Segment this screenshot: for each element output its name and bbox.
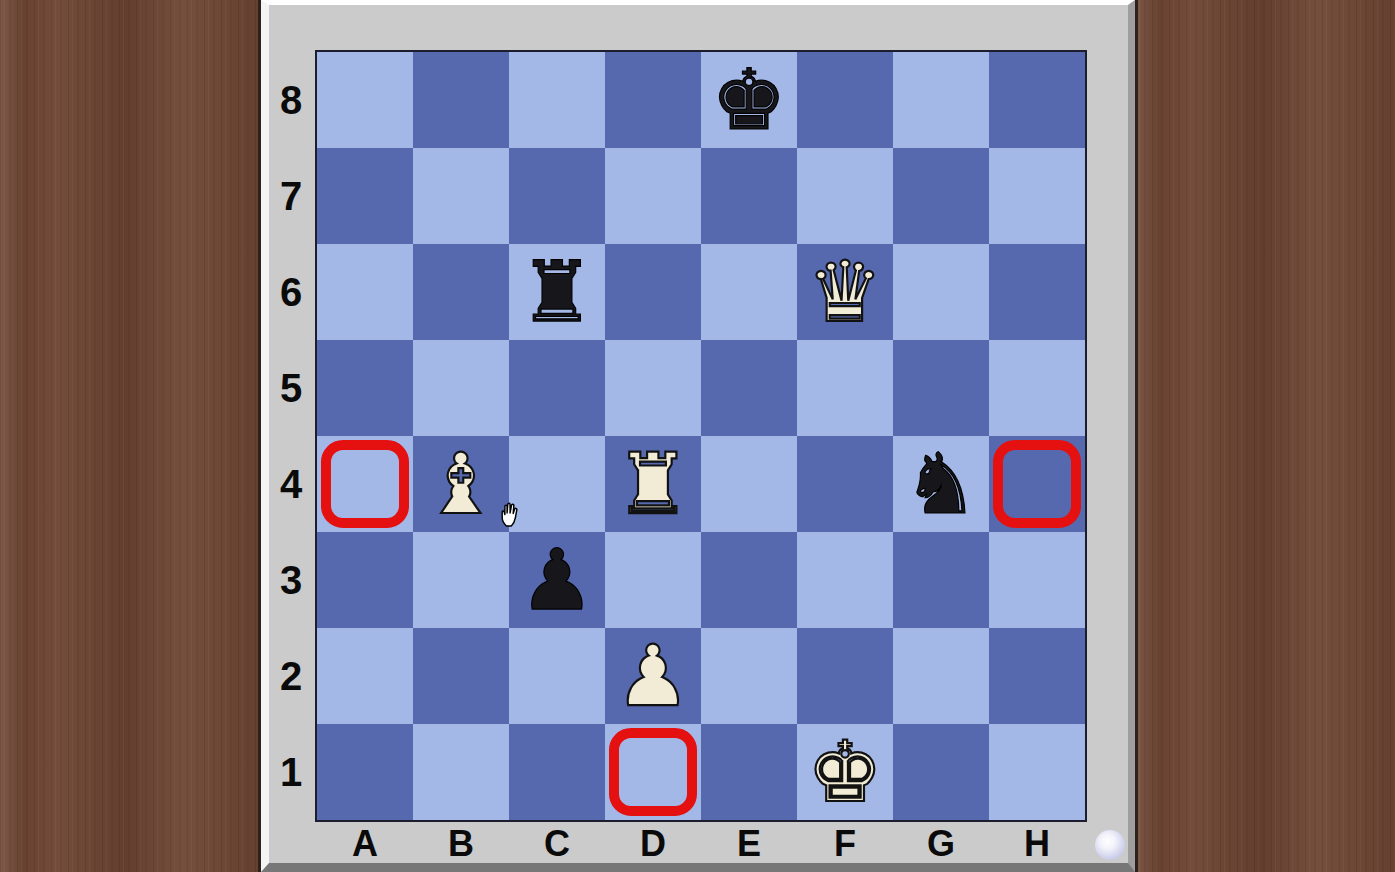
piece-white-rook-d4[interactable]: ♜ <box>605 436 701 532</box>
square-c8[interactable] <box>509 52 605 148</box>
square-f7[interactable] <box>797 148 893 244</box>
square-h1[interactable] <box>989 724 1085 820</box>
file-label-H: H <box>989 818 1085 870</box>
square-a3[interactable] <box>317 532 413 628</box>
square-g6[interactable] <box>893 244 989 340</box>
square-d5[interactable] <box>605 340 701 436</box>
square-f4[interactable] <box>797 436 893 532</box>
rank-label-6: 6 <box>268 244 314 340</box>
file-label-D: D <box>605 818 701 870</box>
square-a7[interactable] <box>317 148 413 244</box>
square-h8[interactable] <box>989 52 1085 148</box>
rank-label-8: 8 <box>268 52 314 148</box>
square-c2[interactable] <box>509 628 605 724</box>
hand-cursor-icon <box>497 500 524 527</box>
square-c7[interactable] <box>509 148 605 244</box>
rank-label-4: 4 <box>268 436 314 532</box>
square-d3[interactable] <box>605 532 701 628</box>
square-h6[interactable] <box>989 244 1085 340</box>
corner-orb-indicator <box>1095 830 1125 860</box>
square-b7[interactable] <box>413 148 509 244</box>
piece-black-knight-g4[interactable]: ♞ <box>893 436 989 532</box>
piece-white-queen-f6[interactable]: ♛ <box>797 244 893 340</box>
square-h5[interactable] <box>989 340 1085 436</box>
square-a4[interactable] <box>317 436 413 532</box>
chess-board[interactable]: ♚♜♛♝♜♞♟♟♚ <box>317 52 1085 820</box>
file-label-E: E <box>701 818 797 870</box>
square-f5[interactable] <box>797 340 893 436</box>
wood-background-left <box>0 0 261 872</box>
square-e4[interactable] <box>701 436 797 532</box>
rank-label-5: 5 <box>268 340 314 436</box>
piece-white-bishop-b4[interactable]: ♝ <box>413 436 509 532</box>
square-f3[interactable] <box>797 532 893 628</box>
chess-app-window: ♚♜♛♝♜♞♟♟♚ 87654321 ABCDEFGH <box>0 0 1395 872</box>
square-b2[interactable] <box>413 628 509 724</box>
square-e6[interactable] <box>701 244 797 340</box>
square-g8[interactable] <box>893 52 989 148</box>
piece-black-pawn-c3[interactable]: ♟ <box>509 532 605 628</box>
square-e1[interactable] <box>701 724 797 820</box>
square-g1[interactable] <box>893 724 989 820</box>
wood-background-right <box>1135 0 1395 872</box>
square-b3[interactable] <box>413 532 509 628</box>
square-d6[interactable] <box>605 244 701 340</box>
square-e2[interactable] <box>701 628 797 724</box>
square-b5[interactable] <box>413 340 509 436</box>
square-d8[interactable] <box>605 52 701 148</box>
square-a6[interactable] <box>317 244 413 340</box>
square-d7[interactable] <box>605 148 701 244</box>
piece-black-rook-c6[interactable]: ♜ <box>509 244 605 340</box>
square-g7[interactable] <box>893 148 989 244</box>
square-b1[interactable] <box>413 724 509 820</box>
square-e7[interactable] <box>701 148 797 244</box>
rank-label-2: 2 <box>268 628 314 724</box>
square-a2[interactable] <box>317 628 413 724</box>
file-label-A: A <box>317 818 413 870</box>
square-h3[interactable] <box>989 532 1085 628</box>
square-f8[interactable] <box>797 52 893 148</box>
rank-label-1: 1 <box>268 724 314 820</box>
square-h7[interactable] <box>989 148 1085 244</box>
square-h4[interactable] <box>989 436 1085 532</box>
square-g2[interactable] <box>893 628 989 724</box>
square-a8[interactable] <box>317 52 413 148</box>
file-label-F: F <box>797 818 893 870</box>
square-a1[interactable] <box>317 724 413 820</box>
square-b8[interactable] <box>413 52 509 148</box>
square-d1[interactable] <box>605 724 701 820</box>
square-h2[interactable] <box>989 628 1085 724</box>
file-label-G: G <box>893 818 989 870</box>
square-g3[interactable] <box>893 532 989 628</box>
square-g5[interactable] <box>893 340 989 436</box>
piece-white-pawn-d2[interactable]: ♟ <box>605 628 701 724</box>
rank-label-3: 3 <box>268 532 314 628</box>
square-a5[interactable] <box>317 340 413 436</box>
piece-black-king-e8[interactable]: ♚ <box>701 52 797 148</box>
square-b6[interactable] <box>413 244 509 340</box>
square-c1[interactable] <box>509 724 605 820</box>
square-f2[interactable] <box>797 628 893 724</box>
square-e5[interactable] <box>701 340 797 436</box>
piece-white-king-f1[interactable]: ♚ <box>797 724 893 820</box>
square-e3[interactable] <box>701 532 797 628</box>
square-c5[interactable] <box>509 340 605 436</box>
file-label-C: C <box>509 818 605 870</box>
rank-label-7: 7 <box>268 148 314 244</box>
file-label-B: B <box>413 818 509 870</box>
